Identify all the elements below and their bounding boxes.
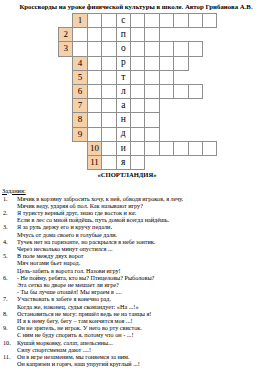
task-text: Кушай морковку, салат, апельсины...Силу … [17,339,270,353]
letter-cell[interactable]: и [116,141,131,156]
empty-answer-cell[interactable] [173,56,188,71]
task-item: 11.Он в игре незаменим, мы гоняемся за н… [2,353,270,367]
task-item: 6.- Не пойму, ребята, кто вы? Птицеловы?… [2,274,270,296]
task-line: И я к нему бегу, бегу – там кончится моя… [17,317,270,324]
clue-number-cell: 8 [72,112,87,127]
task-number: 5. [2,252,17,274]
task-line: - Не пойму, ребята, кто вы? Птицеловы? Р… [17,274,270,281]
letter-cell[interactable]: п [116,27,131,42]
crossword-grid: 1с2п3о4р5т6л7а8н9д10и11я [58,13,218,170]
task-item: 5.В поле между двух воротМяч ногами бьет… [2,252,270,274]
task-line: С ним не буду спорить я, потому что он -… [17,331,270,338]
clue-number-cell: 9 [72,127,87,142]
task-number: 10. [2,339,17,353]
keyword-caption: «СПОРТЛАНДИЯ» [30,171,224,178]
empty-answer-cell[interactable] [130,27,145,42]
empty-answer-cell[interactable] [87,56,102,71]
empty-answer-cell[interactable] [101,127,116,142]
task-line: Остановиться не могу: пришёл ведь не на … [17,310,270,317]
empty-answer-cell[interactable] [144,141,159,156]
empty-answer-cell[interactable] [72,27,87,42]
task-item: 1.Мячик в корзину забросить хочу, к ней,… [2,195,270,209]
letter-cell[interactable]: т [116,70,131,85]
empty-answer-cell[interactable] [130,155,145,170]
empty-answer-cell[interactable] [159,13,174,28]
empty-answer-cell[interactable] [87,13,102,28]
empty-answer-cell[interactable] [202,13,217,28]
empty-answer-cell[interactable] [87,27,102,42]
empty-answer-cell[interactable] [87,112,102,127]
letter-cell[interactable]: н [116,112,131,127]
empty-answer-cell[interactable] [101,98,116,113]
task-line: В поле между двух ворот [17,252,270,259]
task-line: Он в игре незаменим, мы гоняемся за ним. [17,353,270,360]
task-line: Он капризен и горяч, наш упругий круглый… [17,360,270,367]
task-item: 2.Я туристу верный друг, знаю где восток… [2,209,270,223]
empty-answer-cell[interactable] [130,141,145,156]
empty-answer-cell[interactable] [130,41,145,56]
task-text: Участвовать в забеге я конечно рад.Когда… [17,295,270,309]
task-line: Эта сетка во дворе не мешает ли игре? [17,281,270,288]
empty-answer-cell[interactable] [159,70,174,85]
empty-answer-cell[interactable] [144,13,159,28]
empty-answer-cell[interactable] [87,127,102,142]
clue-number-cell: 5 [72,70,87,85]
empty-answer-cell[interactable] [159,56,174,71]
task-line: Через несколько минут опустился ... [17,245,270,252]
empty-answer-cell[interactable] [144,112,159,127]
task-number: 11. [2,353,17,367]
empty-answer-cell[interactable] [101,84,116,99]
empty-answer-cell[interactable] [101,70,116,85]
empty-answer-cell[interactable] [173,13,188,28]
clue-number-cell: 4 [72,56,87,71]
letter-cell[interactable]: с [116,13,131,28]
empty-answer-cell[interactable] [101,13,116,28]
clue-list: 1.Мячик в корзину забросить хочу, к ней,… [2,195,270,368]
task-number: 7. [2,295,17,309]
clue-number-cell: 6 [72,84,87,99]
task-line: Мяч ногами бьет народ. [17,259,270,266]
task-item: 7.Участвовать в забеге я конечно рад.Ког… [2,295,270,309]
clue-number-cell: 11 [87,155,102,170]
tasks-header: Задания: [2,187,26,194]
task-line: Когда же, наконец, судья скомандует: «На… [17,303,270,310]
empty-answer-cell[interactable] [159,84,174,99]
empty-answer-cell[interactable] [188,141,203,156]
task-line: Я за руль держу его и кручу педали. [17,223,270,230]
letter-cell[interactable]: д [116,127,131,142]
empty-answer-cell[interactable] [101,155,116,170]
task-number: 1. [2,195,17,209]
task-item: 4.Тучек нет на горизонте, но раскрылся в… [2,238,270,252]
task-line: Мячик в корзину забросить хочу, к ней, о… [17,195,270,202]
empty-answer-cell[interactable] [87,84,102,99]
task-number: 9. [2,324,17,338]
task-line: Тучек нет на горизонте, но раскрылся в н… [17,238,270,245]
empty-answer-cell[interactable] [101,41,116,56]
empty-answer-cell[interactable] [188,84,203,99]
clue-number-cell: 1 [72,13,87,28]
empty-answer-cell[interactable] [159,41,174,56]
empty-answer-cell[interactable] [130,84,145,99]
empty-answer-cell[interactable] [101,112,116,127]
empty-answer-cell[interactable] [188,13,203,28]
task-text: Тучек нет на горизонте, но раскрылся в н… [17,238,270,252]
task-text: Он в игре незаменим, мы гоняемся за ним.… [17,353,270,367]
empty-answer-cell[interactable] [87,70,102,85]
task-text: - Не пойму, ребята, кто вы? Птицеловы? Р… [17,274,270,296]
empty-answer-cell[interactable] [87,41,102,56]
crossword-worksheet: Кроссворды на уроке физической культуры … [0,0,272,383]
empty-answer-cell[interactable] [130,13,145,28]
empty-answer-cell[interactable] [144,27,159,42]
task-line: Цель-забить в ворота гол. Назови игру! [17,267,270,274]
clue-number-cell: 10 [87,141,102,156]
empty-answer-cell[interactable] [130,127,145,142]
clue-number-cell: 2 [58,27,73,42]
empty-answer-cell[interactable] [101,56,116,71]
task-line: Мячик веду, ударяя об пол. Как называют … [17,202,270,209]
empty-answer-cell[interactable] [87,98,102,113]
task-line: Я туристу верный друг, знаю где восток и… [17,209,270,216]
empty-answer-cell[interactable] [130,56,145,71]
task-text: Я туристу верный друг, знаю где восток и… [17,209,270,223]
letter-cell[interactable]: л [116,84,131,99]
empty-answer-cell[interactable] [144,127,159,142]
task-item: 9.Он не зритель, не игрок. У него во рту… [2,324,270,338]
task-text: Он не зритель, не игрок. У него во рту с… [17,324,270,338]
empty-answer-cell[interactable] [173,141,188,156]
task-line: Кушай морковку, салат, апельсины... [17,339,270,346]
task-number: 6. [2,274,17,296]
empty-answer-cell[interactable] [130,98,145,113]
task-text: В поле между двух воротМяч ногами бьет н… [17,252,270,274]
task-line: Силу спортсменам дают ....! [17,346,270,353]
task-text: Мячик в корзину забросить хочу, к ней, о… [17,195,270,209]
task-item: 8.Остановиться не могу: пришёл ведь не н… [2,310,270,324]
task-line: Он не зритель, не игрок. У него во рту с… [17,324,270,331]
empty-answer-cell[interactable] [173,84,188,99]
empty-answer-cell[interactable] [144,41,159,56]
task-number: 2. [2,209,17,223]
clue-number-cell: 7 [72,98,87,113]
clue-number-cell: 3 [58,41,73,56]
task-item: 10.Кушай морковку, салат, апельсины...Си… [2,339,270,353]
empty-answer-cell[interactable] [130,70,145,85]
task-number: 3. [2,223,17,237]
empty-answer-cell[interactable] [144,70,159,85]
empty-answer-cell[interactable] [130,112,145,127]
page-title: Кроссворды на уроке физической культуры … [0,3,272,11]
task-line: Участвовать в забеге я конечно рад. [17,295,270,302]
task-text: Остановиться не могу: пришёл ведь не на … [17,310,270,324]
empty-answer-cell[interactable] [101,141,116,156]
task-number: 8. [2,310,17,324]
empty-answer-cell[interactable] [159,141,174,156]
task-item: 3.Я за руль держу его и кручу педали.Мчу… [2,223,270,237]
empty-answer-cell[interactable] [144,98,159,113]
task-line: Если в лес со мной пойдёшь, путь домой в… [17,216,270,223]
empty-answer-cell[interactable] [144,56,159,71]
letter-cell[interactable]: р [116,56,131,71]
letter-cell[interactable]: а [116,98,131,113]
task-line: - Ты бы лучше отошёл! Мы играем в .... [17,288,270,295]
empty-answer-cell[interactable] [101,27,116,42]
empty-answer-cell[interactable] [188,41,203,56]
empty-answer-cell[interactable] [72,41,87,56]
task-text: Я за руль держу его и кручу педали.Мчусь… [17,223,270,237]
empty-answer-cell[interactable] [173,41,188,56]
empty-answer-cell[interactable] [202,141,217,156]
task-number: 4. [2,238,17,252]
letter-cell[interactable]: о [116,41,131,56]
empty-answer-cell[interactable] [144,84,159,99]
letter-cell[interactable]: я [116,155,131,170]
task-line: Мчусь от дома своего в голубые дали. [17,231,270,238]
